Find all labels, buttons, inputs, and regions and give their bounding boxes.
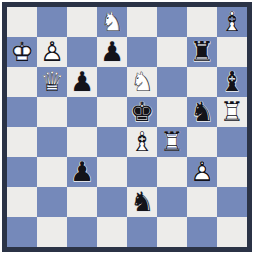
piece-solid-layer: ♞ [187,97,217,127]
square-a7[interactable]: ♚♔ [7,37,37,67]
white-king-a7[interactable]: ♚♔ [7,37,37,67]
square-c4[interactable] [67,127,97,157]
piece-solid-layer: ♜ [187,37,217,67]
black-knight-g5[interactable]: ♞ [187,97,217,127]
white-knight-e6[interactable]: ♞♘ [127,67,157,97]
square-e1[interactable] [127,217,157,247]
piece-outline-layer: ♘ [127,67,157,97]
square-a8[interactable] [7,7,37,37]
square-g5[interactable]: ♞ [187,97,217,127]
black-king-e5[interactable]: ♚ [127,97,157,127]
square-f6[interactable] [157,67,187,97]
square-c7[interactable] [67,37,97,67]
square-g1[interactable] [187,217,217,247]
square-d3[interactable] [97,157,127,187]
square-b4[interactable] [37,127,67,157]
square-h6[interactable]: ♝ [217,67,247,97]
black-knight-e2[interactable]: ♞ [127,187,157,217]
board-frame: ♞♘♝♗♚♔♟♙♟♜♛♕♟♞♘♝♚♞♜♖♝♗♜♖♟♟♙♞ [2,2,252,252]
piece-outline-layer: ♗ [127,127,157,157]
white-queen-b6[interactable]: ♛♕ [37,67,67,97]
black-bishop-h6[interactable]: ♝ [217,67,247,97]
square-f2[interactable] [157,187,187,217]
black-pawn-c3[interactable]: ♟ [67,157,97,187]
square-a4[interactable] [7,127,37,157]
square-f3[interactable] [157,157,187,187]
square-a3[interactable] [7,157,37,187]
square-e7[interactable] [127,37,157,67]
white-rook-h5[interactable]: ♜♖ [217,97,247,127]
square-h5[interactable]: ♜♖ [217,97,247,127]
square-b5[interactable] [37,97,67,127]
square-h7[interactable] [217,37,247,67]
piece-outline-layer: ♔ [7,37,37,67]
square-h1[interactable] [217,217,247,247]
square-g4[interactable] [187,127,217,157]
square-f7[interactable] [157,37,187,67]
square-a2[interactable] [7,187,37,217]
square-a6[interactable] [7,67,37,97]
square-h4[interactable] [217,127,247,157]
square-b6[interactable]: ♛♕ [37,67,67,97]
chess-board: ♞♘♝♗♚♔♟♙♟♜♛♕♟♞♘♝♚♞♜♖♝♗♜♖♟♟♙♞ [7,7,247,247]
piece-solid-layer: ♝ [217,67,247,97]
square-c5[interactable] [67,97,97,127]
piece-outline-layer: ♖ [157,127,187,157]
piece-solid-layer: ♟ [97,37,127,67]
black-pawn-c6[interactable]: ♟ [67,67,97,97]
chess-diagram: ♞♘♝♗♚♔♟♙♟♜♛♕♟♞♘♝♚♞♜♖♝♗♜♖♟♟♙♞ [0,0,255,255]
square-b1[interactable] [37,217,67,247]
white-knight-d8[interactable]: ♞♘ [97,7,127,37]
piece-outline-layer: ♙ [187,157,217,187]
square-b2[interactable] [37,187,67,217]
square-h3[interactable] [217,157,247,187]
white-pawn-g3[interactable]: ♟♙ [187,157,217,187]
square-b7[interactable]: ♟♙ [37,37,67,67]
white-bishop-h8[interactable]: ♝♗ [217,7,247,37]
square-e3[interactable] [127,157,157,187]
square-b3[interactable] [37,157,67,187]
piece-outline-layer: ♙ [37,37,67,67]
square-d2[interactable] [97,187,127,217]
square-g3[interactable]: ♟♙ [187,157,217,187]
square-c2[interactable] [67,187,97,217]
white-bishop-e4[interactable]: ♝♗ [127,127,157,157]
black-rook-g7[interactable]: ♜ [187,37,217,67]
square-e2[interactable]: ♞ [127,187,157,217]
square-a5[interactable] [7,97,37,127]
square-d7[interactable]: ♟ [97,37,127,67]
square-c3[interactable]: ♟ [67,157,97,187]
square-d5[interactable] [97,97,127,127]
square-e5[interactable]: ♚ [127,97,157,127]
square-h8[interactable]: ♝♗ [217,7,247,37]
square-b8[interactable] [37,7,67,37]
piece-solid-layer: ♟ [67,67,97,97]
square-g7[interactable]: ♜ [187,37,217,67]
square-c8[interactable] [67,7,97,37]
square-f5[interactable] [157,97,187,127]
square-a1[interactable] [7,217,37,247]
square-h2[interactable] [217,187,247,217]
square-d1[interactable] [97,217,127,247]
piece-solid-layer: ♟ [67,157,97,187]
square-g2[interactable] [187,187,217,217]
square-f8[interactable] [157,7,187,37]
square-d6[interactable] [97,67,127,97]
white-rook-f4[interactable]: ♜♖ [157,127,187,157]
square-c1[interactable] [67,217,97,247]
square-g8[interactable] [187,7,217,37]
piece-outline-layer: ♗ [217,7,247,37]
white-pawn-b7[interactable]: ♟♙ [37,37,67,67]
square-d4[interactable] [97,127,127,157]
square-g6[interactable] [187,67,217,97]
piece-outline-layer: ♘ [97,7,127,37]
piece-solid-layer: ♚ [127,97,157,127]
piece-solid-layer: ♞ [127,187,157,217]
square-f1[interactable] [157,217,187,247]
black-pawn-d7[interactable]: ♟ [97,37,127,67]
square-e4[interactable]: ♝♗ [127,127,157,157]
square-c6[interactable]: ♟ [67,67,97,97]
square-f4[interactable]: ♜♖ [157,127,187,157]
square-e6[interactable]: ♞♘ [127,67,157,97]
piece-outline-layer: ♖ [217,97,247,127]
square-d8[interactable]: ♞♘ [97,7,127,37]
piece-outline-layer: ♕ [37,67,67,97]
square-e8[interactable] [127,7,157,37]
